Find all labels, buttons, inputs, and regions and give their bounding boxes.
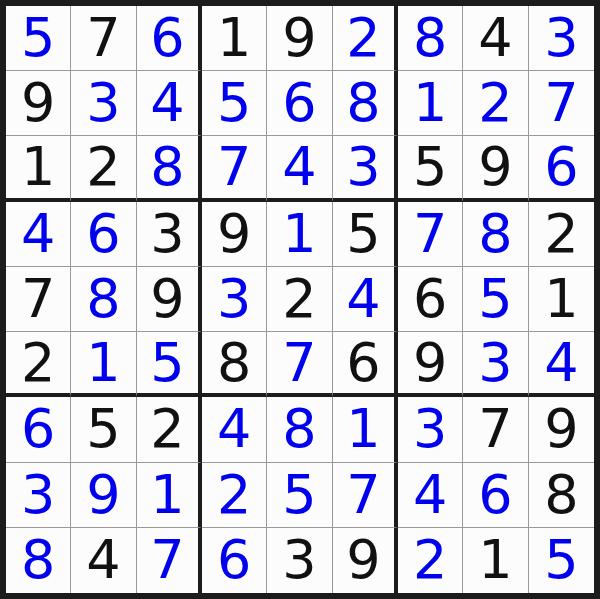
cell-r6c2[interactable]: 1	[71, 332, 136, 397]
cell-r3c4[interactable]: 7	[202, 136, 267, 201]
cell-r3c5[interactable]: 4	[267, 136, 332, 201]
cell-r4c2[interactable]: 6	[71, 202, 136, 267]
cell-r3c9[interactable]: 6	[529, 136, 594, 201]
cell-r7c1[interactable]: 6	[6, 397, 71, 462]
cell-r8c3[interactable]: 1	[137, 463, 202, 528]
cell-r5c4[interactable]: 3	[202, 267, 267, 332]
cell-r1c9[interactable]: 3	[529, 6, 594, 71]
cell-r5c8[interactable]: 5	[463, 267, 528, 332]
cell-r1c7[interactable]: 8	[398, 6, 463, 71]
cell-r6c5[interactable]: 7	[267, 332, 332, 397]
cell-r8c1[interactable]: 3	[6, 463, 71, 528]
cell-r1c5[interactable]: 9	[267, 6, 332, 71]
cell-r6c7[interactable]: 9	[398, 332, 463, 397]
cell-r3c8[interactable]: 9	[463, 136, 528, 201]
cell-r3c3[interactable]: 8	[137, 136, 202, 201]
cell-r4c6[interactable]: 5	[333, 202, 398, 267]
cell-r8c8[interactable]: 6	[463, 463, 528, 528]
cell-r8c4[interactable]: 2	[202, 463, 267, 528]
cell-r2c6[interactable]: 8	[333, 71, 398, 136]
cell-r4c1[interactable]: 4	[6, 202, 71, 267]
cell-r6c1[interactable]: 2	[6, 332, 71, 397]
cell-r9c2[interactable]: 4	[71, 528, 136, 593]
cell-r7c5[interactable]: 8	[267, 397, 332, 462]
cell-r5c6[interactable]: 4	[333, 267, 398, 332]
cell-r4c5[interactable]: 1	[267, 202, 332, 267]
cell-r8c2[interactable]: 9	[71, 463, 136, 528]
cell-r9c5[interactable]: 3	[267, 528, 332, 593]
cell-r5c7[interactable]: 6	[398, 267, 463, 332]
cell-r1c6[interactable]: 2	[333, 6, 398, 71]
cell-r2c1[interactable]: 9	[6, 71, 71, 136]
cell-r9c8[interactable]: 1	[463, 528, 528, 593]
cell-r7c7[interactable]: 3	[398, 397, 463, 462]
cell-r9c4[interactable]: 6	[202, 528, 267, 593]
cell-r5c2[interactable]: 8	[71, 267, 136, 332]
cell-r9c9[interactable]: 5	[529, 528, 594, 593]
cell-r7c3[interactable]: 2	[137, 397, 202, 462]
cell-r4c9[interactable]: 2	[529, 202, 594, 267]
cell-r6c3[interactable]: 5	[137, 332, 202, 397]
cell-r1c3[interactable]: 6	[137, 6, 202, 71]
cell-r6c6[interactable]: 6	[333, 332, 398, 397]
cell-r6c9[interactable]: 4	[529, 332, 594, 397]
cell-r1c4[interactable]: 1	[202, 6, 267, 71]
cell-r4c4[interactable]: 9	[202, 202, 267, 267]
cell-r6c4[interactable]: 8	[202, 332, 267, 397]
cell-r3c1[interactable]: 1	[6, 136, 71, 201]
cell-r1c2[interactable]: 7	[71, 6, 136, 71]
cell-r5c5[interactable]: 2	[267, 267, 332, 332]
cell-r6c8[interactable]: 3	[463, 332, 528, 397]
cell-r5c3[interactable]: 9	[137, 267, 202, 332]
cell-r3c7[interactable]: 5	[398, 136, 463, 201]
cell-r2c8[interactable]: 2	[463, 71, 528, 136]
cell-r2c3[interactable]: 4	[137, 71, 202, 136]
cell-r9c6[interactable]: 9	[333, 528, 398, 593]
cell-r2c9[interactable]: 7	[529, 71, 594, 136]
cell-r2c5[interactable]: 6	[267, 71, 332, 136]
cell-r7c9[interactable]: 9	[529, 397, 594, 462]
cell-r9c3[interactable]: 7	[137, 528, 202, 593]
cell-r3c6[interactable]: 3	[333, 136, 398, 201]
sudoku-board: 5761928439345681271287435964639157827893…	[0, 0, 600, 599]
cell-r8c5[interactable]: 5	[267, 463, 332, 528]
cell-r4c8[interactable]: 8	[463, 202, 528, 267]
cell-r7c8[interactable]: 7	[463, 397, 528, 462]
cell-r3c2[interactable]: 2	[71, 136, 136, 201]
cell-r8c7[interactable]: 4	[398, 463, 463, 528]
cell-r4c7[interactable]: 7	[398, 202, 463, 267]
cell-r7c2[interactable]: 5	[71, 397, 136, 462]
cell-r7c6[interactable]: 1	[333, 397, 398, 462]
sudoku-grid: 5761928439345681271287435964639157827893…	[0, 0, 600, 599]
cell-r2c4[interactable]: 5	[202, 71, 267, 136]
cell-r7c4[interactable]: 4	[202, 397, 267, 462]
cell-r4c3[interactable]: 3	[137, 202, 202, 267]
cell-r8c6[interactable]: 7	[333, 463, 398, 528]
cell-r9c7[interactable]: 2	[398, 528, 463, 593]
cell-r9c1[interactable]: 8	[6, 528, 71, 593]
cell-r1c1[interactable]: 5	[6, 6, 71, 71]
cell-r2c7[interactable]: 1	[398, 71, 463, 136]
cell-r8c9[interactable]: 8	[529, 463, 594, 528]
cell-r5c1[interactable]: 7	[6, 267, 71, 332]
cell-r5c9[interactable]: 1	[529, 267, 594, 332]
cell-r1c8[interactable]: 4	[463, 6, 528, 71]
cell-r2c2[interactable]: 3	[71, 71, 136, 136]
